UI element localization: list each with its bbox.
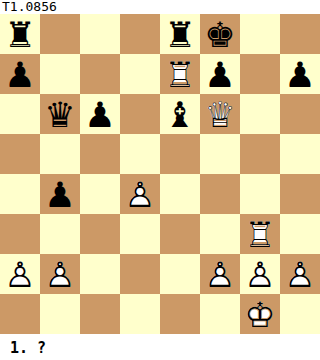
square-h7[interactable]: ♟ xyxy=(280,54,320,94)
square-f6[interactable]: ♛♕ xyxy=(200,94,240,134)
square-b7[interactable] xyxy=(40,54,80,94)
square-c4[interactable] xyxy=(80,174,120,214)
chess-board: ♜♜♚♟♜♖♟♟♛♟♝♛♕♟♟♙♜♖♟♙♟♙♟♙♟♙♟♙♚♔ xyxy=(0,14,320,334)
white-pawn: ♙ xyxy=(120,174,160,214)
white-pawn: ♙ xyxy=(200,254,240,294)
square-a3[interactable] xyxy=(0,214,40,254)
square-c6[interactable]: ♟ xyxy=(80,94,120,134)
black-pawn: ♟ xyxy=(200,54,240,94)
square-d3[interactable] xyxy=(120,214,160,254)
square-h3[interactable] xyxy=(280,214,320,254)
puzzle-id: T1.0856 xyxy=(0,0,320,14)
square-g5[interactable] xyxy=(240,134,280,174)
square-d6[interactable] xyxy=(120,94,160,134)
square-g6[interactable] xyxy=(240,94,280,134)
square-d8[interactable] xyxy=(120,14,160,54)
black-pawn: ♟ xyxy=(80,94,120,134)
square-a6[interactable] xyxy=(0,94,40,134)
square-f8[interactable]: ♚ xyxy=(200,14,240,54)
square-f7[interactable]: ♟ xyxy=(200,54,240,94)
square-e2[interactable] xyxy=(160,254,200,294)
square-a5[interactable] xyxy=(0,134,40,174)
white-rook: ♖ xyxy=(160,54,200,94)
square-d4[interactable]: ♟♙ xyxy=(120,174,160,214)
square-f1[interactable] xyxy=(200,294,240,334)
black-pawn: ♟ xyxy=(40,174,80,214)
square-b1[interactable] xyxy=(40,294,80,334)
square-f5[interactable] xyxy=(200,134,240,174)
square-e8[interactable]: ♜ xyxy=(160,14,200,54)
chess-puzzle-screen: T1.0856 ♜♜♚♟♜♖♟♟♛♟♝♛♕♟♟♙♜♖♟♙♟♙♟♙♟♙♟♙♚♔ 1… xyxy=(0,0,320,360)
white-queen: ♕ xyxy=(200,94,240,134)
square-b8[interactable] xyxy=(40,14,80,54)
square-f3[interactable] xyxy=(200,214,240,254)
square-d5[interactable] xyxy=(120,134,160,174)
square-g3[interactable]: ♜♖ xyxy=(240,214,280,254)
square-h4[interactable] xyxy=(280,174,320,214)
white-king: ♔ xyxy=(240,294,280,334)
square-b4[interactable]: ♟ xyxy=(40,174,80,214)
square-f2[interactable]: ♟♙ xyxy=(200,254,240,294)
square-b3[interactable] xyxy=(40,214,80,254)
white-rook: ♖ xyxy=(240,214,280,254)
square-c5[interactable] xyxy=(80,134,120,174)
white-pawn: ♙ xyxy=(40,254,80,294)
square-c7[interactable] xyxy=(80,54,120,94)
square-a7[interactable]: ♟ xyxy=(0,54,40,94)
square-b2[interactable]: ♟♙ xyxy=(40,254,80,294)
square-d1[interactable] xyxy=(120,294,160,334)
square-g2[interactable]: ♟♙ xyxy=(240,254,280,294)
square-e3[interactable] xyxy=(160,214,200,254)
square-h8[interactable] xyxy=(280,14,320,54)
square-c1[interactable] xyxy=(80,294,120,334)
square-b5[interactable] xyxy=(40,134,80,174)
square-g7[interactable] xyxy=(240,54,280,94)
square-c2[interactable] xyxy=(80,254,120,294)
square-e1[interactable] xyxy=(160,294,200,334)
square-g1[interactable]: ♚♔ xyxy=(240,294,280,334)
black-rook: ♜ xyxy=(0,14,40,54)
black-pawn: ♟ xyxy=(0,54,40,94)
square-h5[interactable] xyxy=(280,134,320,174)
square-e7[interactable]: ♜♖ xyxy=(160,54,200,94)
move-prompt: 1. ? xyxy=(0,334,320,360)
square-e4[interactable] xyxy=(160,174,200,214)
square-a2[interactable]: ♟♙ xyxy=(0,254,40,294)
square-c8[interactable] xyxy=(80,14,120,54)
square-g8[interactable] xyxy=(240,14,280,54)
square-h1[interactable] xyxy=(280,294,320,334)
black-bishop: ♝ xyxy=(160,94,200,134)
square-a8[interactable]: ♜ xyxy=(0,14,40,54)
square-c3[interactable] xyxy=(80,214,120,254)
square-h2[interactable]: ♟♙ xyxy=(280,254,320,294)
square-b6[interactable]: ♛ xyxy=(40,94,80,134)
square-d2[interactable] xyxy=(120,254,160,294)
white-pawn: ♙ xyxy=(240,254,280,294)
square-a1[interactable] xyxy=(0,294,40,334)
black-queen: ♛ xyxy=(40,94,80,134)
square-g4[interactable] xyxy=(240,174,280,214)
square-d7[interactable] xyxy=(120,54,160,94)
square-h6[interactable] xyxy=(280,94,320,134)
black-king: ♚ xyxy=(200,14,240,54)
white-pawn: ♙ xyxy=(0,254,40,294)
white-pawn: ♙ xyxy=(280,254,320,294)
black-pawn: ♟ xyxy=(280,54,320,94)
square-e5[interactable] xyxy=(160,134,200,174)
black-rook: ♜ xyxy=(160,14,200,54)
square-a4[interactable] xyxy=(0,174,40,214)
square-f4[interactable] xyxy=(200,174,240,214)
square-e6[interactable]: ♝ xyxy=(160,94,200,134)
